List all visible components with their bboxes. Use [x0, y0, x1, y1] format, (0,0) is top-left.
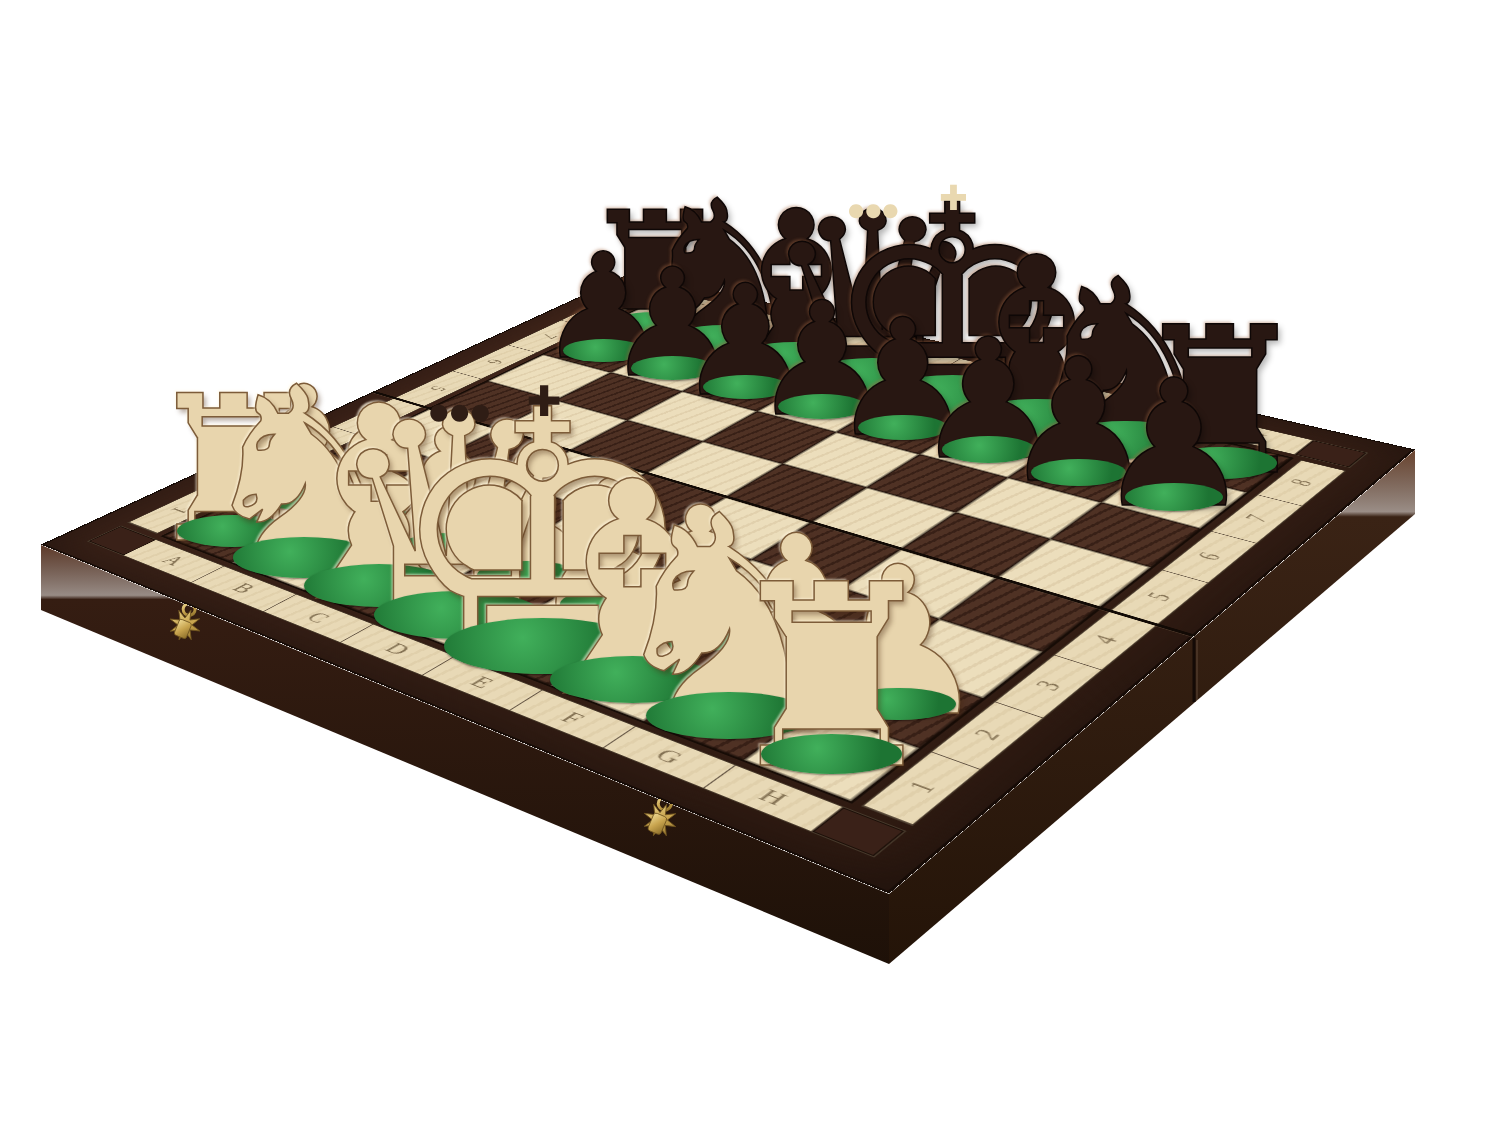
chess-set-photo: { "game": "chess", "scene": "folding woo…	[0, 0, 1500, 1134]
